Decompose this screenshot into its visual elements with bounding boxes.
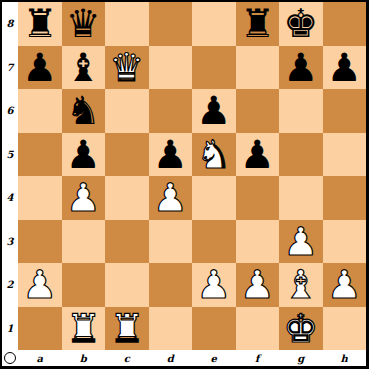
square-c1[interactable]: ♜ — [105, 307, 149, 351]
piece-white-pawn[interactable]: ♟ — [196, 263, 231, 307]
chess-board: ♜♛♜♚♟♝♛♟♟♞♟♟♟♞♟♟♟♟♟♟♟♝♟♜♜♚ — [18, 2, 366, 350]
square-h2[interactable]: ♟ — [323, 263, 367, 307]
square-d2[interactable] — [149, 263, 193, 307]
file-label-d: d — [149, 350, 193, 366]
square-h3[interactable] — [323, 220, 367, 264]
square-c4[interactable] — [105, 176, 149, 220]
square-f1[interactable] — [236, 307, 280, 351]
square-f5[interactable]: ♟ — [236, 133, 280, 177]
piece-white-queen[interactable]: ♛ — [109, 46, 144, 90]
piece-black-pawn[interactable]: ♟ — [66, 133, 101, 177]
side-to-move-corner — [2, 350, 18, 366]
square-b3[interactable] — [62, 220, 106, 264]
square-d8[interactable] — [149, 2, 193, 46]
piece-white-pawn[interactable]: ♟ — [66, 176, 101, 220]
piece-white-pawn[interactable]: ♟ — [153, 176, 188, 220]
rank-label-1: 1 — [2, 307, 18, 351]
piece-white-rook[interactable]: ♜ — [66, 307, 101, 351]
file-labels: abcdefgh — [18, 350, 366, 366]
rank-label-2: 2 — [2, 263, 18, 307]
square-e4[interactable] — [192, 176, 236, 220]
square-g5[interactable] — [279, 133, 323, 177]
square-d5[interactable]: ♟ — [149, 133, 193, 177]
square-c6[interactable] — [105, 89, 149, 133]
piece-white-king[interactable]: ♚ — [283, 307, 318, 351]
piece-black-king[interactable]: ♚ — [283, 2, 318, 46]
square-d6[interactable] — [149, 89, 193, 133]
square-b4[interactable]: ♟ — [62, 176, 106, 220]
square-e2[interactable]: ♟ — [192, 263, 236, 307]
square-c7[interactable]: ♛ — [105, 46, 149, 90]
piece-white-pawn[interactable]: ♟ — [327, 263, 362, 307]
file-label-c: c — [105, 350, 149, 366]
piece-black-rook[interactable]: ♜ — [240, 2, 275, 46]
square-c2[interactable] — [105, 263, 149, 307]
square-c8[interactable] — [105, 2, 149, 46]
rank-label-6: 6 — [2, 89, 18, 133]
piece-black-knight[interactable]: ♞ — [66, 89, 101, 133]
square-d7[interactable] — [149, 46, 193, 90]
square-g8[interactable]: ♚ — [279, 2, 323, 46]
square-b7[interactable]: ♝ — [62, 46, 106, 90]
white-to-move-indicator — [4, 352, 16, 364]
file-label-b: b — [62, 350, 106, 366]
file-label-g: g — [279, 350, 323, 366]
piece-black-rook[interactable]: ♜ — [22, 2, 57, 46]
square-a5[interactable] — [18, 133, 62, 177]
file-label-h: h — [323, 350, 367, 366]
square-f8[interactable]: ♜ — [236, 2, 280, 46]
square-a1[interactable] — [18, 307, 62, 351]
piece-black-pawn[interactable]: ♟ — [283, 46, 318, 90]
diagram-inner: 87654321 ♜♛♜♚♟♝♛♟♟♞♟♟♟♞♟♟♟♟♟♟♟♝♟♜♜♚ abcd… — [2, 2, 366, 366]
piece-white-knight[interactable]: ♞ — [196, 133, 231, 177]
square-c5[interactable] — [105, 133, 149, 177]
square-a6[interactable] — [18, 89, 62, 133]
chess-diagram: 87654321 ♜♛♜♚♟♝♛♟♟♞♟♟♟♞♟♟♟♟♟♟♟♝♟♜♜♚ abcd… — [0, 0, 369, 369]
square-g2[interactable]: ♝ — [279, 263, 323, 307]
square-b2[interactable] — [62, 263, 106, 307]
piece-white-pawn[interactable]: ♟ — [283, 220, 318, 264]
rank-label-5: 5 — [2, 133, 18, 177]
rank-label-3: 3 — [2, 220, 18, 264]
rank-labels: 87654321 — [2, 2, 18, 350]
square-b8[interactable]: ♛ — [62, 2, 106, 46]
square-h7[interactable]: ♟ — [323, 46, 367, 90]
file-label-e: e — [192, 350, 236, 366]
square-g7[interactable]: ♟ — [279, 46, 323, 90]
square-e8[interactable] — [192, 2, 236, 46]
piece-black-bishop[interactable]: ♝ — [66, 46, 101, 90]
square-g6[interactable] — [279, 89, 323, 133]
square-a3[interactable] — [18, 220, 62, 264]
piece-white-pawn[interactable]: ♟ — [240, 263, 275, 307]
square-a4[interactable] — [18, 176, 62, 220]
square-a7[interactable]: ♟ — [18, 46, 62, 90]
piece-black-pawn[interactable]: ♟ — [327, 46, 362, 90]
rank-label-4: 4 — [2, 176, 18, 220]
square-b1[interactable]: ♜ — [62, 307, 106, 351]
square-h6[interactable] — [323, 89, 367, 133]
piece-black-queen[interactable]: ♛ — [66, 2, 101, 46]
piece-white-pawn[interactable]: ♟ — [22, 263, 57, 307]
rank-label-8: 8 — [2, 2, 18, 46]
square-e6[interactable]: ♟ — [192, 89, 236, 133]
square-e3[interactable] — [192, 220, 236, 264]
piece-black-pawn[interactable]: ♟ — [240, 133, 275, 177]
square-h5[interactable] — [323, 133, 367, 177]
square-b5[interactable]: ♟ — [62, 133, 106, 177]
square-h1[interactable] — [323, 307, 367, 351]
square-a8[interactable]: ♜ — [18, 2, 62, 46]
square-h8[interactable] — [323, 2, 367, 46]
square-g1[interactable]: ♚ — [279, 307, 323, 351]
square-f4[interactable] — [236, 176, 280, 220]
file-label-f: f — [236, 350, 280, 366]
piece-white-bishop[interactable]: ♝ — [283, 263, 318, 307]
square-e5[interactable]: ♞ — [192, 133, 236, 177]
square-c3[interactable] — [105, 220, 149, 264]
square-e1[interactable] — [192, 307, 236, 351]
square-h4[interactable] — [323, 176, 367, 220]
rank-label-7: 7 — [2, 46, 18, 90]
square-f7[interactable] — [236, 46, 280, 90]
file-label-a: a — [18, 350, 62, 366]
piece-white-rook[interactable]: ♜ — [109, 307, 144, 351]
square-f2[interactable]: ♟ — [236, 263, 280, 307]
square-g4[interactable] — [279, 176, 323, 220]
square-e7[interactable] — [192, 46, 236, 90]
square-f6[interactable] — [236, 89, 280, 133]
square-a2[interactable]: ♟ — [18, 263, 62, 307]
square-b6[interactable]: ♞ — [62, 89, 106, 133]
piece-black-pawn[interactable]: ♟ — [196, 89, 231, 133]
square-d1[interactable] — [149, 307, 193, 351]
piece-black-pawn[interactable]: ♟ — [153, 133, 188, 177]
piece-black-pawn[interactable]: ♟ — [22, 46, 57, 90]
square-d3[interactable] — [149, 220, 193, 264]
square-g3[interactable]: ♟ — [279, 220, 323, 264]
square-d4[interactable]: ♟ — [149, 176, 193, 220]
square-f3[interactable] — [236, 220, 280, 264]
